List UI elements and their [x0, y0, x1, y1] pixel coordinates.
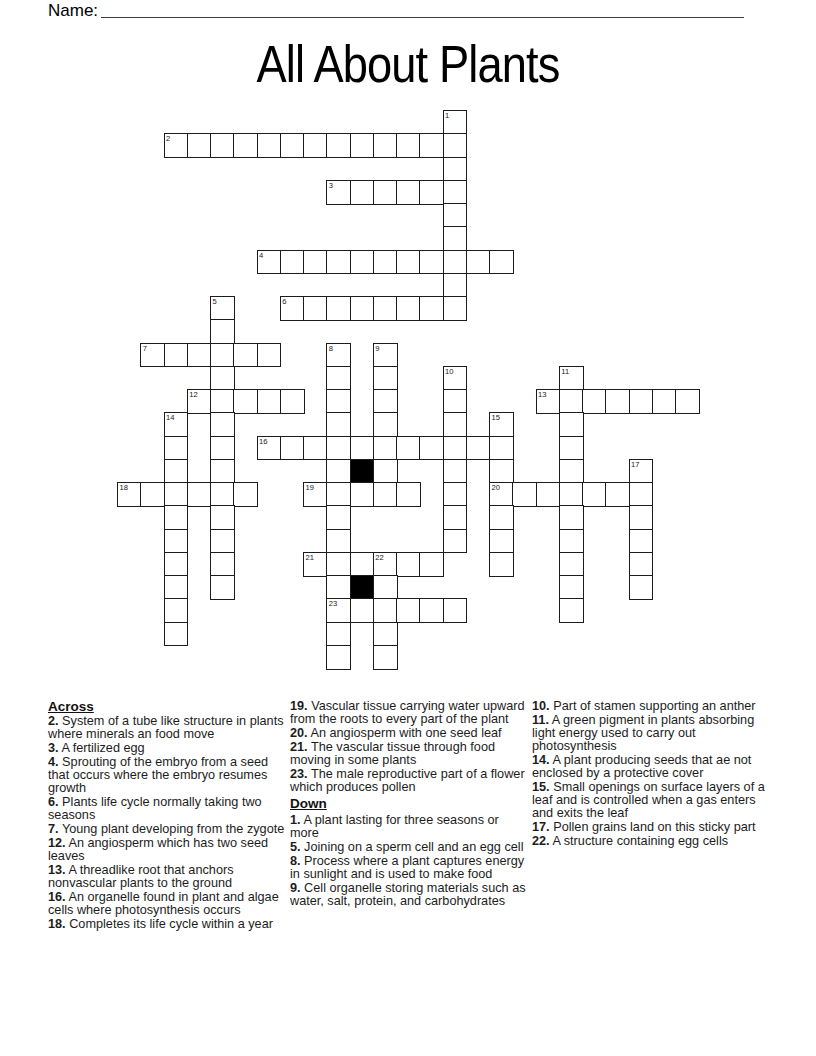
grid-cell[interactable] — [326, 180, 351, 205]
grid-cell[interactable] — [373, 250, 398, 275]
grid-cell[interactable] — [210, 343, 235, 368]
clue-item: 19. Vascular tissue carrying water upwar… — [290, 700, 526, 726]
grid-cell[interactable] — [443, 412, 468, 437]
grid-cell[interactable] — [350, 250, 375, 275]
clue-item: 3. A fertilized egg — [48, 742, 286, 755]
grid-cell[interactable] — [350, 436, 375, 461]
grid-cell[interactable] — [559, 389, 584, 414]
grid-cell[interactable] — [257, 250, 282, 275]
clue-item: 4. Sprouting of the embryo from a seed t… — [48, 756, 286, 795]
grid-cell[interactable] — [210, 296, 235, 321]
grid-cell[interactable] — [326, 412, 351, 437]
grid-cell[interactable] — [396, 598, 421, 623]
grid-cell[interactable] — [443, 459, 468, 484]
grid-cell[interactable] — [466, 436, 491, 461]
grid-cell[interactable] — [350, 180, 375, 205]
grid-cell[interactable] — [396, 133, 421, 158]
grid-cell[interactable] — [559, 482, 584, 507]
grid-cell[interactable] — [303, 436, 328, 461]
grid-cell[interactable] — [164, 529, 189, 554]
grid-cell[interactable] — [419, 436, 444, 461]
grid-cell[interactable] — [326, 436, 351, 461]
grid-cell[interactable] — [326, 598, 351, 623]
clue-item: 15. Small openings on surface layers of … — [532, 781, 780, 820]
grid-cell[interactable] — [443, 482, 468, 507]
grid-cell[interactable] — [303, 250, 328, 275]
grid-cell[interactable] — [443, 110, 468, 135]
grid-cell[interactable] — [326, 133, 351, 158]
clues-column-2: 19. Vascular tissue carrying water upwar… — [290, 700, 526, 909]
grid-cell[interactable] — [582, 482, 607, 507]
grid-cell[interactable] — [443, 598, 468, 623]
clue-item: 7. Young plant developing from the zygot… — [48, 823, 286, 836]
grid-cell[interactable] — [210, 319, 235, 344]
black-cell — [350, 575, 375, 600]
grid-cell[interactable] — [559, 552, 584, 577]
grid-cell[interactable] — [373, 412, 398, 437]
clue-item: 9. Cell organelle storing materials such… — [290, 882, 526, 908]
name-label: Name: — [48, 1, 98, 21]
grid-cell[interactable] — [629, 389, 654, 414]
grid-cell[interactable] — [419, 250, 444, 275]
grid-cell[interactable] — [164, 552, 189, 577]
clue-item: 16. An organelle found in plant and alga… — [48, 891, 286, 917]
grid-cell[interactable] — [326, 482, 351, 507]
name-row: Name: — [0, 0, 816, 24]
grid-cell[interactable] — [489, 459, 514, 484]
grid-cell[interactable] — [652, 389, 677, 414]
grid-cell[interactable] — [350, 598, 375, 623]
grid-cell[interactable] — [396, 180, 421, 205]
grid-cell[interactable] — [443, 505, 468, 530]
clue-item: 8. Process where a plant captures energy… — [290, 855, 526, 881]
grid-cell[interactable] — [257, 343, 282, 368]
grid-cell[interactable] — [559, 366, 584, 391]
grid-cell[interactable] — [164, 505, 189, 530]
grid-cell[interactable] — [257, 133, 282, 158]
grid-cell[interactable] — [164, 575, 189, 600]
grid-cell[interactable] — [629, 505, 654, 530]
grid-cell[interactable] — [489, 250, 514, 275]
grid-cell[interactable] — [605, 482, 630, 507]
clue-item: 11. A green pigment in plants absorbing … — [532, 714, 780, 753]
grid-cell[interactable] — [396, 436, 421, 461]
grid-cell[interactable] — [489, 505, 514, 530]
grid-cell[interactable] — [350, 133, 375, 158]
grid-cell[interactable] — [373, 436, 398, 461]
grid-cell[interactable] — [326, 459, 351, 484]
grid-cell[interactable] — [210, 529, 235, 554]
grid-cell[interactable] — [373, 389, 398, 414]
grid-cell[interactable] — [489, 482, 514, 507]
clue-item: 10. Part of stamen supporting an anther — [532, 700, 780, 713]
grid-cell[interactable] — [117, 482, 142, 507]
grid-cell[interactable] — [512, 482, 537, 507]
grid-cell[interactable] — [303, 552, 328, 577]
clue-item: 18. Completes its life cycle within a ye… — [48, 918, 286, 931]
grid-cell[interactable] — [164, 622, 189, 647]
grid-cell[interactable] — [257, 436, 282, 461]
grid-cell[interactable] — [373, 645, 398, 670]
grid-cell[interactable] — [303, 133, 328, 158]
grid-cell[interactable] — [280, 250, 305, 275]
grid-cell[interactable] — [164, 459, 189, 484]
clue-item: 6. Plants life cycle normally taking two… — [48, 796, 286, 822]
grid-cell[interactable] — [373, 343, 398, 368]
grid-cell[interactable] — [536, 389, 561, 414]
clue-item: 20. An angiosperm with one seed leaf — [290, 727, 526, 740]
grid-cell[interactable] — [559, 436, 584, 461]
grid-cell[interactable] — [373, 622, 398, 647]
grid-cell[interactable] — [582, 389, 607, 414]
grid-cell[interactable] — [210, 366, 235, 391]
grid-cell[interactable] — [326, 389, 351, 414]
grid-cell[interactable] — [419, 598, 444, 623]
grid-cell[interactable] — [489, 529, 514, 554]
grid-cell[interactable] — [443, 273, 468, 298]
clues-across-header: Across — [48, 700, 286, 713]
grid-cell[interactable] — [559, 575, 584, 600]
grid-cell[interactable] — [326, 505, 351, 530]
grid-cell[interactable] — [443, 389, 468, 414]
grid-cell[interactable] — [210, 482, 235, 507]
grid-cell[interactable] — [210, 552, 235, 577]
clue-item: 2. System of a tube like structure in pl… — [48, 715, 286, 741]
grid-cell[interactable] — [536, 482, 561, 507]
grid-cell[interactable] — [210, 505, 235, 530]
grid-cell[interactable] — [326, 343, 351, 368]
clue-item: 14. A plant producing seeds that ae not … — [532, 754, 780, 780]
grid-cell[interactable] — [326, 622, 351, 647]
grid-cell[interactable] — [443, 157, 468, 182]
grid-cell[interactable] — [350, 552, 375, 577]
grid-cell[interactable] — [373, 296, 398, 321]
grid-cell[interactable] — [373, 598, 398, 623]
clue-item: 22. A structure containing egg cells — [532, 835, 780, 848]
clue-item: 13. A threadlike root that anchors nonva… — [48, 864, 286, 890]
grid-cell[interactable] — [559, 529, 584, 554]
grid-cell[interactable] — [326, 645, 351, 670]
grid-cell[interactable] — [373, 366, 398, 391]
clue-item: 17. Pollen grains land on this sticky pa… — [532, 821, 780, 834]
grid-cell[interactable] — [210, 459, 235, 484]
grid-cell[interactable] — [350, 296, 375, 321]
grid-cell[interactable] — [373, 459, 398, 484]
grid-cell[interactable] — [443, 203, 468, 228]
grid-cell[interactable] — [187, 343, 212, 368]
grid-cell[interactable] — [233, 133, 258, 158]
grid-cell[interactable] — [210, 389, 235, 414]
grid-cell[interactable] — [443, 529, 468, 554]
grid-cell[interactable] — [187, 389, 212, 414]
grid-cell[interactable] — [373, 575, 398, 600]
grid-cell[interactable] — [280, 133, 305, 158]
grid-cell[interactable] — [443, 250, 468, 275]
clue-item: 1. A plant lasting for three seasons or … — [290, 814, 526, 840]
grid-cell[interactable] — [164, 598, 189, 623]
grid-cell[interactable] — [443, 366, 468, 391]
grid-cell[interactable] — [419, 296, 444, 321]
clue-item: 21. The vascular tissue through food mov… — [290, 741, 526, 767]
grid-cell[interactable] — [559, 459, 584, 484]
clues-down-header: Down — [290, 797, 526, 810]
grid-cell[interactable] — [559, 598, 584, 623]
grid-cell[interactable] — [233, 343, 258, 368]
grid-cell[interactable] — [326, 296, 351, 321]
grid-cell[interactable] — [443, 180, 468, 205]
grid-cell[interactable] — [187, 133, 212, 158]
grid-cell[interactable] — [559, 412, 584, 437]
grid-cell[interactable] — [326, 366, 351, 391]
grid-cell[interactable] — [419, 133, 444, 158]
grid-cell[interactable] — [164, 412, 189, 437]
grid-cell[interactable] — [187, 482, 212, 507]
grid-cell[interactable] — [140, 482, 165, 507]
grid-cell[interactable] — [164, 482, 189, 507]
grid-cell[interactable] — [396, 250, 421, 275]
grid-cell[interactable] — [489, 412, 514, 437]
grid-cell[interactable] — [164, 133, 189, 158]
grid-cell[interactable] — [210, 575, 235, 600]
clue-item: 5. Joining on a sperm cell and an egg ce… — [290, 841, 526, 854]
grid-cell[interactable] — [419, 180, 444, 205]
grid-cell[interactable] — [396, 296, 421, 321]
grid-cell[interactable] — [210, 436, 235, 461]
grid-cell[interactable] — [373, 180, 398, 205]
grid-cell[interactable] — [629, 575, 654, 600]
grid-cell[interactable] — [210, 412, 235, 437]
grid-cell[interactable] — [164, 343, 189, 368]
clue-item: 12. An angiosperm which has two seed lea… — [48, 837, 286, 863]
clues-column-3: 10. Part of stamen supporting an anther1… — [532, 700, 780, 849]
grid-cell[interactable] — [233, 389, 258, 414]
grid-cell[interactable] — [373, 552, 398, 577]
grid-cell[interactable] — [326, 529, 351, 554]
grid-cell[interactable] — [489, 552, 514, 577]
crossword-grid: 1234567891011121314151617181920212223 — [117, 110, 701, 670]
grid-cell[interactable] — [466, 250, 491, 275]
grid-cell[interactable] — [419, 552, 444, 577]
grid-cell[interactable] — [373, 133, 398, 158]
grid-cell[interactable] — [396, 482, 421, 507]
page-title: All About Plants — [53, 34, 763, 94]
grid-cell[interactable] — [396, 552, 421, 577]
grid-cell[interactable] — [489, 436, 514, 461]
grid-cell[interactable] — [280, 436, 305, 461]
grid-cell[interactable] — [675, 389, 700, 414]
grid-cell[interactable] — [326, 552, 351, 577]
grid-cell[interactable] — [280, 296, 305, 321]
grid-cell[interactable] — [303, 296, 328, 321]
name-input-line[interactable] — [101, 17, 744, 18]
grid-cell[interactable] — [164, 436, 189, 461]
grid-cell[interactable] — [629, 529, 654, 554]
grid-cell[interactable] — [629, 459, 654, 484]
grid-cell[interactable] — [559, 505, 584, 530]
grid-cell[interactable] — [326, 575, 351, 600]
grid-cell[interactable] — [140, 343, 165, 368]
grid-cell[interactable] — [443, 436, 468, 461]
clue-item: 23. The male reproductive part of a flow… — [290, 768, 526, 794]
grid-cell[interactable] — [210, 133, 235, 158]
grid-cell[interactable] — [629, 552, 654, 577]
clues-column-1: Across2. System of a tube like structure… — [48, 700, 286, 932]
grid-cell[interactable] — [443, 133, 468, 158]
grid-cell[interactable] — [373, 482, 398, 507]
grid-cell[interactable] — [350, 482, 375, 507]
grid-cell[interactable] — [303, 482, 328, 507]
grid-cell[interactable] — [605, 389, 630, 414]
grid-cell[interactable] — [629, 482, 654, 507]
grid-cell[interactable] — [443, 226, 468, 251]
grid-cell[interactable] — [233, 482, 258, 507]
grid-cell[interactable] — [443, 296, 468, 321]
grid-cell[interactable] — [280, 389, 305, 414]
grid-cell[interactable] — [257, 389, 282, 414]
black-cell — [350, 459, 375, 484]
grid-cell[interactable] — [326, 250, 351, 275]
